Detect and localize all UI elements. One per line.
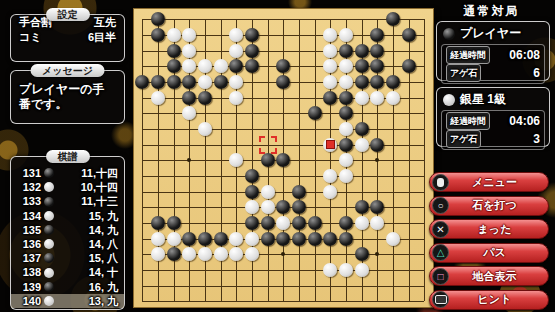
last-move-marker xyxy=(326,140,335,149)
move-list[interactable]: 131 11,十四132 10,十四133 11,十三134 15, 九135 … xyxy=(11,166,124,308)
black-stone xyxy=(276,75,290,89)
move-row[interactable]: 134 15, 九 xyxy=(11,209,124,223)
circle-button[interactable]: ○ 石を打つ xyxy=(429,196,549,216)
black-stone xyxy=(151,216,165,230)
white-stone xyxy=(245,232,259,246)
move-number: 136 xyxy=(17,237,41,251)
white-stone xyxy=(151,232,165,246)
white-stone xyxy=(370,216,384,230)
player-panel: 銀星 1級 経過時間 04:06 アゲ石 3 xyxy=(436,87,550,147)
black-stone xyxy=(323,91,337,105)
black-stone xyxy=(261,232,275,246)
touchpad-button[interactable]: ヒント xyxy=(429,290,549,310)
move-row[interactable]: 137 15, 八 xyxy=(11,251,124,265)
komi-value: 6目半 xyxy=(88,30,116,45)
message-panel: メッセージ プレイヤーの手番です。 xyxy=(10,70,125,124)
black-stone xyxy=(370,200,384,214)
touchpad-icon xyxy=(432,291,449,308)
captures-value: 3 xyxy=(533,131,540,147)
white-stone-icon xyxy=(44,239,54,249)
white-stone xyxy=(198,122,212,136)
black-stone xyxy=(245,44,259,58)
move-number: 132 xyxy=(17,180,41,194)
square-button[interactable]: □ 地合表示 xyxy=(429,266,549,286)
black-stone xyxy=(245,185,259,199)
move-coord: 14, 九 xyxy=(54,223,118,237)
white-stone xyxy=(198,247,212,261)
black-stone xyxy=(355,75,369,89)
komi-label: コミ xyxy=(19,30,42,45)
black-stone-icon xyxy=(44,168,54,178)
black-stone xyxy=(167,247,181,261)
white-stone xyxy=(355,91,369,105)
go-game-screen: { "game": "go", "board_size": 19, "posit… xyxy=(0,0,555,312)
captures-label: アゲ石 xyxy=(446,130,481,148)
white-stone xyxy=(182,44,196,58)
white-stone xyxy=(182,106,196,120)
black-stone xyxy=(276,200,290,214)
black-stone xyxy=(308,216,322,230)
black-stone-icon xyxy=(44,253,54,263)
black-stone xyxy=(182,75,196,89)
white-stone xyxy=(229,91,243,105)
white-stone xyxy=(229,247,243,261)
black-stone xyxy=(370,138,384,152)
white-stone xyxy=(386,91,400,105)
black-stone xyxy=(167,59,181,73)
go-board[interactable] xyxy=(133,8,434,308)
player-stats: 経過時間 06:08 アゲ石 6 xyxy=(441,44,545,84)
black-stone xyxy=(370,59,384,73)
record-title: 棋譜 xyxy=(46,150,90,163)
white-stone xyxy=(245,200,259,214)
white-stone xyxy=(229,153,243,167)
black-stone xyxy=(308,232,322,246)
black-stone xyxy=(151,12,165,26)
black-stone xyxy=(167,75,181,89)
black-stone xyxy=(276,153,290,167)
white-stone xyxy=(323,44,337,58)
black-stone-icon xyxy=(44,282,54,292)
grid-line xyxy=(142,192,424,193)
move-number: 133 xyxy=(17,194,41,208)
player-name-row: 銀星 1級 xyxy=(437,88,549,109)
move-number: 137 xyxy=(17,251,41,265)
white-stone xyxy=(261,200,275,214)
white-stone xyxy=(214,59,228,73)
match-mode-title: 通常対局 xyxy=(434,3,549,20)
player-name: 銀星 1級 xyxy=(460,91,506,108)
black-stone xyxy=(339,91,353,105)
grid-line xyxy=(393,19,394,301)
white-stone-icon xyxy=(44,182,54,192)
white-stone xyxy=(182,247,196,261)
black-stone xyxy=(355,247,369,261)
grid-line xyxy=(424,19,425,301)
cross-button[interactable]: ✕ まった xyxy=(429,219,549,239)
black-stone xyxy=(339,232,353,246)
cross-icon: ✕ xyxy=(432,221,449,238)
white-stone xyxy=(214,247,228,261)
player-name-row: プレイヤー xyxy=(437,22,549,43)
square-icon: □ xyxy=(432,268,449,285)
button-label: メニュー xyxy=(449,175,540,190)
white-stone xyxy=(339,169,353,183)
star-point xyxy=(375,158,379,162)
black-stone xyxy=(355,59,369,73)
white-stone xyxy=(339,153,353,167)
star-point xyxy=(281,252,285,256)
white-stone xyxy=(167,28,181,42)
black-stone xyxy=(261,153,275,167)
black-stone xyxy=(339,106,353,120)
elapsed-time-label: 経過時間 xyxy=(446,46,490,64)
move-coord: 11,十四 xyxy=(54,166,118,180)
black-stone xyxy=(386,12,400,26)
white-stone xyxy=(151,91,165,105)
black-stone xyxy=(370,44,384,58)
handicap-value: 互先 xyxy=(94,15,116,30)
white-stone xyxy=(339,59,353,73)
move-number: 131 xyxy=(17,166,41,180)
black-stone xyxy=(167,216,181,230)
black-stone xyxy=(308,106,322,120)
move-coord: 10,十四 xyxy=(54,180,118,194)
grid-line xyxy=(142,301,424,302)
white-stone xyxy=(386,232,400,246)
grid-line xyxy=(315,19,316,301)
black-stone xyxy=(182,91,196,105)
white-stone xyxy=(339,75,353,89)
move-number: 139 xyxy=(17,280,41,294)
white-stone xyxy=(355,263,369,277)
move-row[interactable]: 132 10,十四 xyxy=(11,180,124,194)
black-stone xyxy=(402,28,416,42)
player-panel: プレイヤー 経過時間 06:08 アゲ石 6 xyxy=(436,21,550,81)
move-coord: 14, 十 xyxy=(54,265,118,279)
grid-line xyxy=(299,19,300,301)
white-stone xyxy=(339,263,353,277)
black-stone xyxy=(292,232,306,246)
move-row[interactable]: 133 11,十三 xyxy=(11,194,124,208)
black-stone-icon xyxy=(44,197,54,207)
move-coord: 14, 八 xyxy=(54,237,118,251)
white-stone xyxy=(229,75,243,89)
white-stone-icon xyxy=(44,296,54,306)
black-stone xyxy=(292,185,306,199)
white-stone xyxy=(245,247,259,261)
black-stone xyxy=(370,28,384,42)
move-row[interactable]: 136 14, 八 xyxy=(11,237,124,251)
move-number: 140 xyxy=(17,294,41,308)
white-stone xyxy=(323,185,337,199)
message-title: メッセージ xyxy=(30,64,105,77)
black-stone xyxy=(355,122,369,136)
triangle-icon: △ xyxy=(432,244,449,261)
button-label: 石を打つ xyxy=(449,198,540,213)
message-text: プレイヤーの手番です。 xyxy=(19,82,116,112)
black-stone xyxy=(229,59,243,73)
white-stone xyxy=(229,44,243,58)
button-label: まった xyxy=(449,222,540,237)
white-stone xyxy=(323,59,337,73)
move-row[interactable]: 131 11,十四 xyxy=(11,166,124,180)
black-stone xyxy=(151,28,165,42)
black-stone xyxy=(355,44,369,58)
elapsed-time-label: 経過時間 xyxy=(446,112,490,130)
grid-line xyxy=(142,270,424,271)
button-label: ヒント xyxy=(449,292,540,307)
move-row[interactable]: 138 14, 十 xyxy=(11,265,124,279)
star-point xyxy=(187,158,191,162)
komi-row: コミ 6目半 xyxy=(11,30,124,45)
move-number: 134 xyxy=(17,209,41,223)
move-coord: 16, 九 xyxy=(54,280,118,294)
black-stone xyxy=(198,91,212,105)
elapsed-time-value: 06:08 xyxy=(509,47,540,63)
black-stone xyxy=(214,232,228,246)
settings-panel: 設定 手合割 互先 コミ 6目半 xyxy=(10,14,125,62)
black-stone xyxy=(339,138,353,152)
grid-line xyxy=(142,176,424,177)
white-stone xyxy=(355,138,369,152)
move-number: 138 xyxy=(17,265,41,279)
star-point xyxy=(375,252,379,256)
record-panel: 棋譜 131 11,十四132 10,十四133 11,十三134 15, 九1… xyxy=(10,156,125,310)
black-stone-icon xyxy=(443,28,455,40)
white-stone xyxy=(323,169,337,183)
move-coord: 15, 九 xyxy=(54,209,118,223)
white-stone xyxy=(198,59,212,73)
black-stone xyxy=(355,200,369,214)
black-stone xyxy=(292,200,306,214)
options-button[interactable]: メニュー xyxy=(429,172,549,192)
settings-title: 設定 xyxy=(46,8,90,21)
white-stone xyxy=(229,232,243,246)
move-row[interactable]: 139 16, 九 xyxy=(11,280,124,294)
white-stone xyxy=(323,263,337,277)
white-stone xyxy=(323,75,337,89)
button-label: パス xyxy=(449,245,540,260)
white-stone xyxy=(182,28,196,42)
black-stone xyxy=(339,44,353,58)
white-stone xyxy=(323,28,337,42)
move-row[interactable]: 140 13, 九 xyxy=(11,294,124,308)
black-stone xyxy=(261,216,275,230)
black-stone xyxy=(245,216,259,230)
white-stone xyxy=(261,185,275,199)
white-stone xyxy=(339,28,353,42)
captures-value: 6 xyxy=(533,65,540,81)
move-coord: 15, 八 xyxy=(54,251,118,265)
black-stone xyxy=(214,75,228,89)
player-name: プレイヤー xyxy=(460,25,521,42)
white-stone-icon xyxy=(44,268,54,278)
circle-icon: ○ xyxy=(432,197,449,214)
white-stone xyxy=(339,122,353,136)
black-stone xyxy=(167,44,181,58)
grid-line xyxy=(142,286,424,287)
move-coord: 11,十三 xyxy=(54,194,118,208)
move-row[interactable]: 135 14, 九 xyxy=(11,223,124,237)
black-stone xyxy=(245,169,259,183)
black-stone xyxy=(198,232,212,246)
white-stone xyxy=(370,91,384,105)
black-stone xyxy=(135,75,149,89)
player-stats: 経過時間 04:06 アゲ石 3 xyxy=(441,110,545,150)
triangle-button[interactable]: △ パス xyxy=(429,243,549,263)
white-stone xyxy=(229,28,243,42)
white-stone xyxy=(355,216,369,230)
black-stone xyxy=(402,59,416,73)
black-stone xyxy=(386,75,400,89)
captures-label: アゲ石 xyxy=(446,64,481,82)
black-stone xyxy=(323,232,337,246)
white-stone xyxy=(198,75,212,89)
move-number: 135 xyxy=(17,223,41,237)
stone-placement-cursor[interactable] xyxy=(259,136,277,154)
black-stone xyxy=(292,216,306,230)
elapsed-time-value: 04:06 xyxy=(509,113,540,129)
white-stone xyxy=(167,232,181,246)
move-coord: 13, 九 xyxy=(54,294,118,308)
white-stone xyxy=(276,216,290,230)
black-stone xyxy=(182,232,196,246)
black-stone xyxy=(339,216,353,230)
black-stone xyxy=(276,59,290,73)
white-stone xyxy=(151,247,165,261)
black-stone xyxy=(151,75,165,89)
white-stone-icon xyxy=(44,211,54,221)
black-stone xyxy=(245,28,259,42)
options-icon xyxy=(432,174,449,191)
black-stone-icon xyxy=(44,225,54,235)
button-label: 地合表示 xyxy=(449,269,540,284)
black-stone xyxy=(245,59,259,73)
white-stone-icon xyxy=(443,94,455,106)
black-stone xyxy=(370,75,384,89)
white-stone xyxy=(182,59,196,73)
black-stone xyxy=(276,232,290,246)
